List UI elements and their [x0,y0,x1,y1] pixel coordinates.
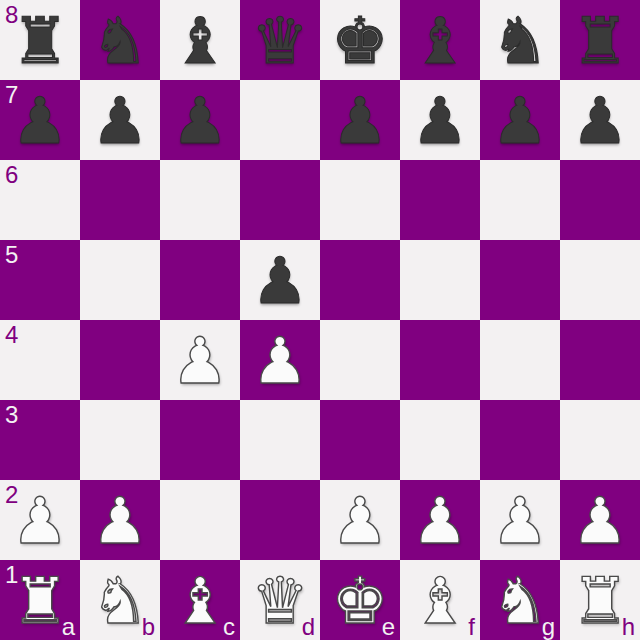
square-e2[interactable]: ♟ [320,480,400,560]
square-h8[interactable]: ♜ [560,0,640,80]
square-f8[interactable]: ♝ [400,0,480,80]
square-g1[interactable]: ♞g [480,560,560,640]
rank-label-3: 3 [5,403,18,427]
square-d5[interactable]: ♟ [240,240,320,320]
square-b1[interactable]: ♞b [80,560,160,640]
square-f5[interactable] [400,240,480,320]
square-b5[interactable] [80,240,160,320]
square-h6[interactable] [560,160,640,240]
square-f2[interactable]: ♟ [400,480,480,560]
square-f7[interactable]: ♟ [400,80,480,160]
piece-black-pawn-e7[interactable]: ♟ [331,89,388,153]
piece-black-pawn-a7[interactable]: ♟ [11,89,68,153]
square-a6[interactable]: 6 [0,160,80,240]
piece-white-pawn-h2[interactable]: ♟ [571,489,628,553]
square-c3[interactable] [160,400,240,480]
square-a5[interactable]: 5 [0,240,80,320]
square-g5[interactable] [480,240,560,320]
square-d6[interactable] [240,160,320,240]
piece-black-knight-b8[interactable]: ♞ [91,9,148,73]
square-a2[interactable]: ♟2 [0,480,80,560]
piece-white-pawn-a2[interactable]: ♟ [11,489,68,553]
piece-white-rook-h1[interactable]: ♜ [571,569,628,633]
square-h3[interactable] [560,400,640,480]
piece-white-knight-g1[interactable]: ♞ [491,569,548,633]
square-g3[interactable] [480,400,560,480]
square-c1[interactable]: ♝c [160,560,240,640]
square-f3[interactable] [400,400,480,480]
square-g8[interactable]: ♞ [480,0,560,80]
square-e4[interactable] [320,320,400,400]
square-e5[interactable] [320,240,400,320]
rank-label-6: 6 [5,163,18,187]
piece-black-bishop-c8[interactable]: ♝ [171,9,228,73]
piece-white-pawn-b2[interactable]: ♟ [91,489,148,553]
square-b8[interactable]: ♞ [80,0,160,80]
piece-black-rook-a8[interactable]: ♜ [11,9,68,73]
piece-black-pawn-g7[interactable]: ♟ [491,89,548,153]
square-a7[interactable]: ♟7 [0,80,80,160]
square-a3[interactable]: 3 [0,400,80,480]
square-b2[interactable]: ♟ [80,480,160,560]
square-f6[interactable] [400,160,480,240]
piece-white-pawn-d4[interactable]: ♟ [251,329,308,393]
square-g2[interactable]: ♟ [480,480,560,560]
square-b3[interactable] [80,400,160,480]
square-h4[interactable] [560,320,640,400]
piece-black-pawn-h7[interactable]: ♟ [571,89,628,153]
square-d1[interactable]: ♛d [240,560,320,640]
square-e3[interactable] [320,400,400,480]
square-d2[interactable] [240,480,320,560]
square-e6[interactable] [320,160,400,240]
piece-black-bishop-f8[interactable]: ♝ [411,9,468,73]
square-c7[interactable]: ♟ [160,80,240,160]
piece-white-bishop-f1[interactable]: ♝ [411,569,468,633]
piece-white-pawn-e2[interactable]: ♟ [331,489,388,553]
piece-black-pawn-f7[interactable]: ♟ [411,89,468,153]
square-b6[interactable] [80,160,160,240]
piece-white-rook-a1[interactable]: ♜ [11,569,68,633]
square-c4[interactable]: ♟ [160,320,240,400]
piece-white-king-e1[interactable]: ♚ [331,569,388,633]
square-c6[interactable] [160,160,240,240]
piece-white-pawn-g2[interactable]: ♟ [491,489,548,553]
piece-black-pawn-b7[interactable]: ♟ [91,89,148,153]
square-d3[interactable] [240,400,320,480]
piece-black-queen-d8[interactable]: ♛ [251,9,308,73]
square-a4[interactable]: 4 [0,320,80,400]
piece-black-pawn-c7[interactable]: ♟ [171,89,228,153]
square-a1[interactable]: ♜1a [0,560,80,640]
piece-white-knight-b1[interactable]: ♞ [91,569,148,633]
square-h2[interactable]: ♟ [560,480,640,560]
rank-label-4: 4 [5,323,18,347]
square-h1[interactable]: ♜h [560,560,640,640]
piece-white-pawn-f2[interactable]: ♟ [411,489,468,553]
square-b7[interactable]: ♟ [80,80,160,160]
square-c2[interactable] [160,480,240,560]
piece-black-rook-h8[interactable]: ♜ [571,9,628,73]
square-d8[interactable]: ♛ [240,0,320,80]
square-h5[interactable] [560,240,640,320]
square-g7[interactable]: ♟ [480,80,560,160]
square-f1[interactable]: ♝f [400,560,480,640]
square-g4[interactable] [480,320,560,400]
square-h7[interactable]: ♟ [560,80,640,160]
piece-white-bishop-c1[interactable]: ♝ [171,569,228,633]
square-e7[interactable]: ♟ [320,80,400,160]
square-d7[interactable] [240,80,320,160]
file-label-f: f [468,615,475,639]
piece-black-knight-g8[interactable]: ♞ [491,9,548,73]
square-e1[interactable]: ♚e [320,560,400,640]
chess-board: ♜8♞♝♛♚♝♞♜♟7♟♟♟♟♟♟65♟4♟♟3♟2♟♟♟♟♟♜1a♞b♝c♛d… [0,0,640,640]
square-g6[interactable] [480,160,560,240]
rank-label-5: 5 [5,243,18,267]
piece-black-pawn-d5[interactable]: ♟ [251,249,308,313]
square-a8[interactable]: ♜8 [0,0,80,80]
square-c8[interactable]: ♝ [160,0,240,80]
square-b4[interactable] [80,320,160,400]
piece-white-queen-d1[interactable]: ♛ [251,569,308,633]
square-d4[interactable]: ♟ [240,320,320,400]
piece-white-pawn-c4[interactable]: ♟ [171,329,228,393]
piece-black-king-e8[interactable]: ♚ [331,9,388,73]
square-e8[interactable]: ♚ [320,0,400,80]
square-c5[interactable] [160,240,240,320]
square-f4[interactable] [400,320,480,400]
